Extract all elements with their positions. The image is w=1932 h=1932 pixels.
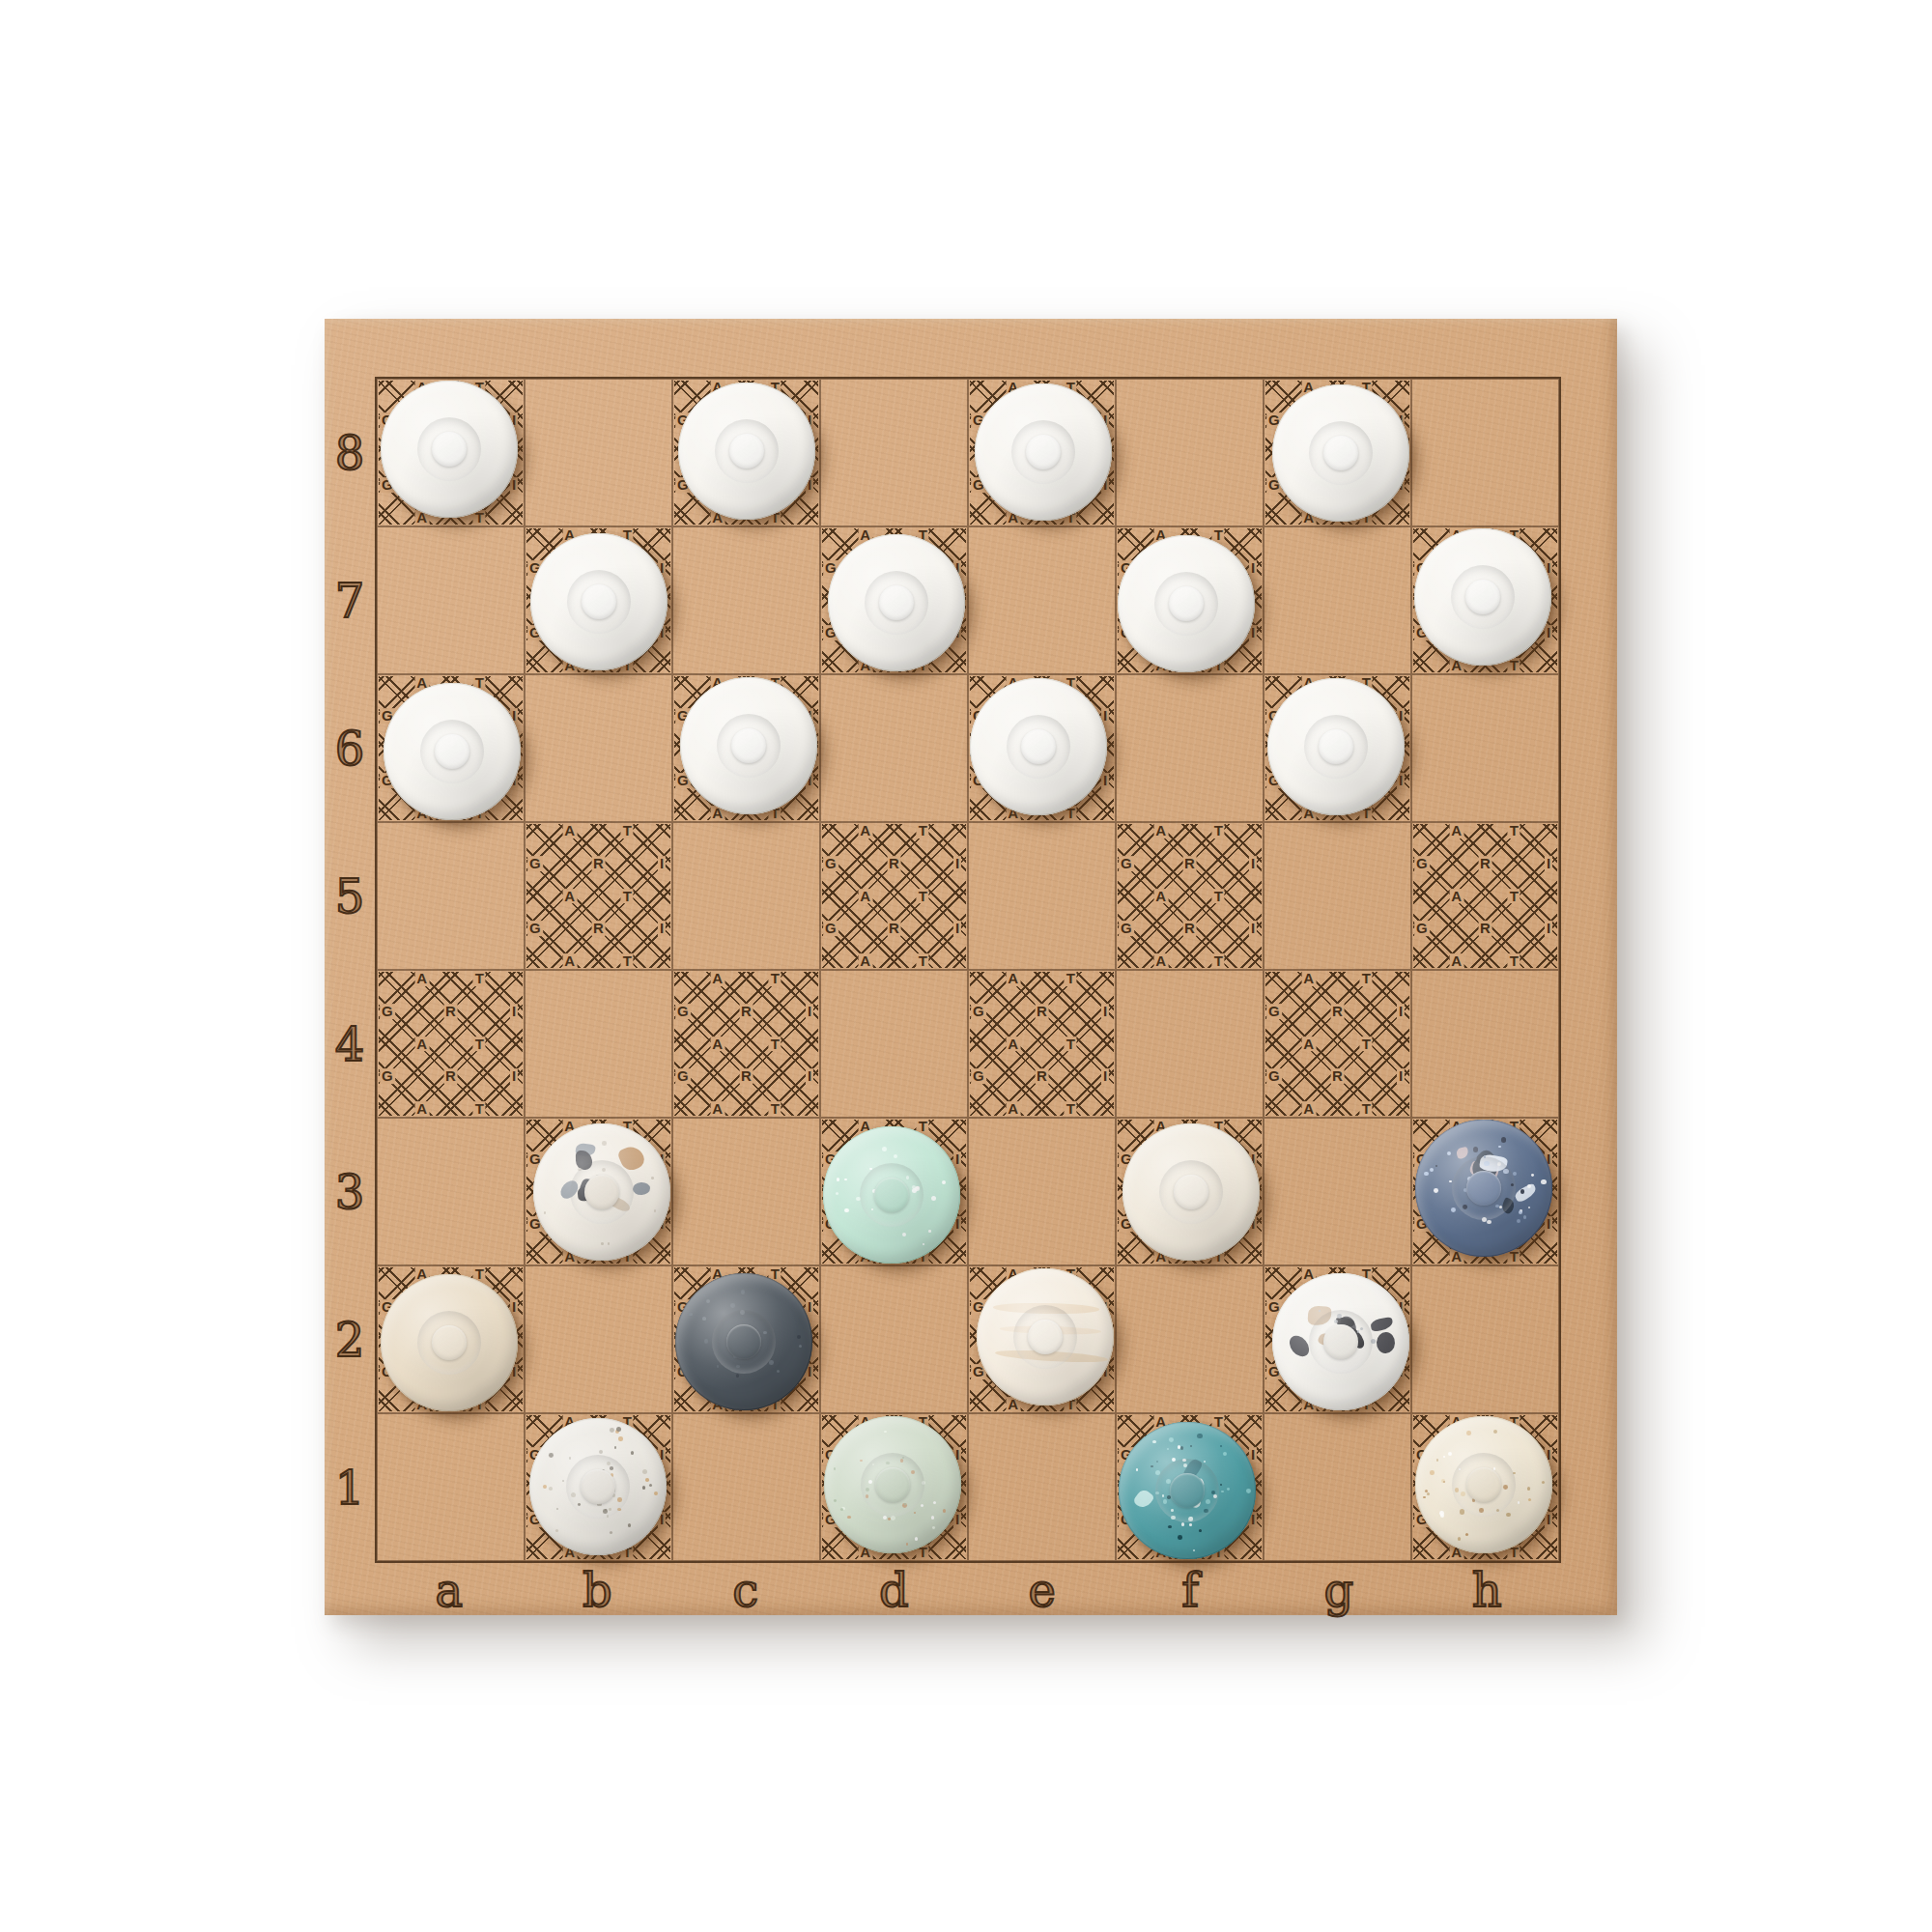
pattern-letter: I [658, 921, 666, 936]
square-b2 [525, 1265, 672, 1413]
checker-colored-f1[interactable] [1119, 1422, 1256, 1559]
pattern-letter: I [953, 1512, 961, 1527]
square-f8 [1116, 379, 1264, 526]
speck [1443, 1456, 1445, 1458]
piece-hub [584, 1175, 619, 1209]
pattern-letter: G [1266, 1068, 1282, 1084]
speck [702, 1317, 706, 1321]
speck [1430, 1168, 1434, 1172]
pattern-letter: A [858, 889, 872, 904]
square-e8[interactable]: ATGRIATGRIAT [968, 379, 1116, 526]
speck [1466, 1431, 1471, 1435]
pattern-letter: R [443, 1068, 458, 1084]
speck [608, 1242, 611, 1245]
checker-white-g6[interactable] [1267, 678, 1405, 815]
pattern-letter: G [675, 1068, 691, 1084]
square-g8[interactable]: ATGRIATGRIAT [1264, 379, 1411, 526]
stone-chip [1370, 1316, 1394, 1332]
speck [704, 1339, 708, 1343]
pattern-letter: I [1249, 1447, 1257, 1463]
square-b8 [525, 379, 672, 526]
pattern-letter: G [971, 1068, 986, 1084]
speck [1424, 1172, 1429, 1177]
pattern-letter: G [1414, 921, 1430, 936]
speck [1439, 1511, 1444, 1516]
checker-white-e6[interactable] [970, 678, 1107, 815]
pattern-letter: I [1397, 1004, 1405, 1019]
rank-label-3: 3 [325, 1118, 375, 1265]
checker-colored-e2[interactable] [977, 1268, 1114, 1406]
square-a3 [377, 1118, 525, 1265]
pattern-letter: A [414, 972, 429, 987]
pattern-letter: T [1508, 824, 1520, 839]
square-c2[interactable]: ATGRIATGRIAT [672, 1265, 820, 1413]
speck [847, 1516, 850, 1519]
speck [1473, 1147, 1478, 1151]
speck [1465, 1533, 1468, 1536]
pattern-letter: I [1249, 921, 1257, 936]
speck [1430, 1470, 1435, 1475]
square-d4 [820, 970, 968, 1118]
speck [942, 1180, 946, 1184]
speck [631, 1451, 635, 1455]
pattern-letter: A [1153, 824, 1168, 839]
speck [645, 1478, 648, 1481]
pattern-letter: I [1545, 856, 1552, 871]
speck [921, 1504, 923, 1507]
checker-white-c8[interactable] [678, 383, 815, 520]
speck [1223, 1452, 1227, 1456]
pattern-letter: I [806, 1004, 813, 1019]
file-label-f: f [1117, 1563, 1265, 1617]
checker-colored-b3[interactable] [533, 1123, 670, 1261]
pattern-letter: R [443, 1004, 458, 1019]
pattern-letter: T [1508, 889, 1520, 904]
pattern-letter: A [710, 1101, 724, 1117]
speck [836, 1192, 838, 1195]
rank-label-2: 2 [325, 1265, 375, 1413]
square-f5[interactable]: ATGRIATGRIAT [1116, 822, 1264, 970]
pattern-letter: A [414, 1037, 429, 1052]
pattern-letter: G [1266, 1004, 1282, 1019]
pattern-letter: A [1153, 889, 1168, 904]
piece-hub [731, 728, 766, 763]
pattern-letter: I [510, 1299, 518, 1315]
piece-hub [729, 434, 764, 469]
checker-white-a6[interactable] [384, 683, 521, 820]
speck [1193, 1549, 1195, 1551]
speck [1541, 1179, 1546, 1184]
square-b3[interactable]: ATGRIATGRIAT [525, 1118, 672, 1265]
checker-colored-a2[interactable] [381, 1274, 518, 1411]
square-d3[interactable]: ATGRIATGRIAT [820, 1118, 968, 1265]
speck [1151, 1465, 1153, 1468]
grati-lattice: ATGRIATGRIAT [379, 972, 523, 1116]
square-h7[interactable]: ATGRIATGRIAT [1411, 526, 1559, 674]
pattern-letter: I [953, 921, 961, 936]
piece-hub [1466, 1467, 1501, 1502]
piece-hub [1323, 1324, 1358, 1359]
speck [1168, 1525, 1172, 1529]
pattern-letter: I [953, 1151, 961, 1167]
speck [1458, 1537, 1461, 1540]
pattern-letter: G [380, 1004, 395, 1019]
stone-chip [1456, 1146, 1470, 1159]
square-f1[interactable]: ATGRIATGRIAT [1116, 1413, 1264, 1561]
pattern-letter: G [823, 856, 838, 871]
speck [1527, 1487, 1530, 1490]
speck [837, 1178, 840, 1181]
checker-white-d7[interactable] [828, 534, 965, 671]
square-d7[interactable]: ATGRIATGRIAT [820, 526, 968, 674]
square-b4 [525, 970, 672, 1118]
checker-colored-b1[interactable] [529, 1418, 667, 1555]
grati-lattice: ATGRIATGRIAT [970, 972, 1114, 1116]
stone-chip [1132, 1488, 1154, 1511]
speck [1169, 1437, 1174, 1442]
pattern-letter: I [1249, 856, 1257, 871]
speck [1518, 1501, 1520, 1503]
speck [736, 1374, 739, 1377]
speck [628, 1523, 632, 1527]
square-h1[interactable]: ATGRIATGRIAT [1411, 1413, 1559, 1561]
pattern-letter: I [1397, 1068, 1405, 1084]
file-label-e: e [968, 1563, 1117, 1617]
speck [556, 1508, 558, 1510]
checker-white-a8[interactable] [381, 381, 518, 518]
rank-label-7: 7 [325, 526, 375, 674]
speck [703, 1294, 705, 1296]
speck [1220, 1484, 1222, 1486]
pattern-letter: R [1035, 1004, 1049, 1019]
speck [610, 1531, 612, 1534]
square-a6[interactable]: ATGRIATGRIAT [377, 674, 525, 822]
speck [642, 1469, 647, 1474]
piece-hub [1170, 1473, 1205, 1508]
pattern-letter: I [806, 1068, 813, 1084]
pattern-letter: A [1301, 1037, 1316, 1052]
speck [1167, 1448, 1169, 1450]
speck [1178, 1445, 1180, 1448]
speck [1493, 1430, 1497, 1434]
piece-hub [582, 584, 616, 619]
speck [914, 1512, 916, 1514]
speck [549, 1453, 554, 1458]
pattern-letter: A [1006, 1101, 1020, 1117]
speck [840, 1508, 843, 1511]
pattern-letter: G [1119, 921, 1134, 936]
stone-chip [1513, 1182, 1538, 1204]
square-g1 [1264, 1413, 1411, 1561]
speck [1220, 1445, 1222, 1447]
square-b7[interactable]: ATGRIATGRIAT [525, 526, 672, 674]
square-h5[interactable]: ATGRIATGRIAT [1411, 822, 1559, 970]
square-c4[interactable]: ATGRIATGRIAT [672, 970, 820, 1118]
checker-white-h7[interactable] [1414, 528, 1551, 666]
speck [884, 1431, 886, 1433]
checker-colored-d1[interactable] [824, 1416, 961, 1553]
square-b5[interactable]: ATGRIATGRIAT [525, 822, 672, 970]
speck [1523, 1215, 1527, 1219]
grati-lattice: ATGRIATGRIAT [1265, 972, 1409, 1116]
file-label-b: b [524, 1563, 672, 1617]
speck [1221, 1491, 1223, 1492]
square-g3 [1264, 1118, 1411, 1265]
square-a5 [377, 822, 525, 970]
speck [1449, 1180, 1451, 1182]
square-g7 [1264, 526, 1411, 674]
speck [549, 1487, 553, 1491]
speck [1434, 1188, 1438, 1193]
speck [933, 1501, 936, 1504]
speck [642, 1486, 646, 1490]
speck [928, 1230, 931, 1233]
speck [1435, 1165, 1437, 1167]
pattern-letter: T [473, 972, 486, 987]
speck [834, 1467, 837, 1470]
checker-colored-g2[interactable] [1272, 1273, 1409, 1410]
speck [844, 1179, 847, 1181]
square-a7 [377, 526, 525, 674]
square-a2[interactable]: ATGRIATGRIAT [377, 1265, 525, 1413]
piece-hub [1169, 586, 1204, 621]
square-a1 [377, 1413, 525, 1561]
speck [649, 1484, 652, 1487]
speck [1227, 1488, 1230, 1491]
square-a8[interactable]: ATGRIATGRIAT [377, 379, 525, 526]
pattern-letter: T [917, 889, 929, 904]
piece-hub [874, 1178, 909, 1212]
pattern-letter: G [1119, 856, 1134, 871]
checker-white-b7[interactable] [530, 533, 668, 670]
square-e2[interactable]: ATGRIATGRIAT [968, 1265, 1116, 1413]
piece-hub [435, 734, 469, 769]
checker-colored-d3[interactable] [823, 1126, 960, 1264]
pattern-letter: A [1006, 1037, 1020, 1052]
speck [654, 1492, 658, 1495]
square-e4[interactable]: ATGRIATGRIAT [968, 970, 1116, 1118]
piece-hub [875, 1467, 910, 1502]
pattern-letter: T [1508, 953, 1520, 969]
pattern-letter: I [510, 1004, 518, 1019]
pattern-letter: G [675, 1004, 691, 1019]
speck [730, 1303, 735, 1308]
checker-white-f7[interactable] [1118, 535, 1255, 672]
speck [562, 1480, 564, 1482]
square-f6 [1116, 674, 1264, 822]
checkers-board: 87654321 ATGRIATGRIATATGRIATGRIATATGRIAT… [325, 319, 1617, 1615]
speck [555, 1529, 558, 1532]
pattern-letter: R [591, 856, 606, 871]
rank-label-4: 4 [325, 970, 375, 1118]
pattern-letter: G [380, 1068, 395, 1084]
pattern-letter: A [1449, 889, 1463, 904]
checker-colored-h1[interactable] [1415, 1416, 1552, 1553]
pattern-letter: T [473, 1101, 486, 1117]
square-c5 [672, 822, 820, 970]
pattern-letter: I [510, 1068, 518, 1084]
speck [1531, 1174, 1534, 1177]
square-h3[interactable]: ATGRIATGRIAT [1411, 1118, 1559, 1265]
speck [1487, 1220, 1492, 1225]
speck [1178, 1535, 1182, 1540]
square-c1 [672, 1413, 820, 1561]
square-h8 [1411, 379, 1559, 526]
pattern-letter: R [1330, 1068, 1345, 1084]
square-c6[interactable]: ATGRIATGRIAT [672, 674, 820, 822]
speck [1451, 1207, 1456, 1212]
rank-label-6: 6 [325, 674, 375, 822]
speck [1246, 1489, 1251, 1493]
square-c8[interactable]: ATGRIATGRIAT [672, 379, 820, 526]
pattern-letter: R [591, 921, 606, 936]
pattern-letter: A [710, 1037, 724, 1052]
pattern-letter: T [1360, 972, 1373, 987]
checker-white-e8[interactable] [975, 384, 1112, 521]
speck [882, 1147, 887, 1151]
speck [1190, 1445, 1192, 1447]
piece-hub [879, 585, 914, 620]
speck [1199, 1529, 1202, 1532]
square-g4[interactable]: ATGRIATGRIAT [1264, 970, 1411, 1118]
piece-hub [581, 1469, 615, 1504]
photo-background: 87654321 ATGRIATGRIATATGRIATGRIATATGRIAT… [0, 0, 1932, 1932]
pattern-letter: G [527, 921, 543, 936]
speck [616, 1427, 621, 1432]
file-label-h: h [1413, 1563, 1562, 1617]
pattern-letter: R [1182, 856, 1197, 871]
pattern-letter: T [1360, 1037, 1373, 1052]
speck [902, 1233, 906, 1236]
pattern-letter: A [1301, 1101, 1316, 1117]
checker-colored-c2[interactable] [675, 1273, 812, 1410]
speck [1498, 1146, 1500, 1148]
speck [1501, 1137, 1506, 1142]
pattern-letter: T [473, 1037, 486, 1052]
speck [654, 1209, 656, 1211]
speck [894, 1154, 898, 1159]
speck [1528, 1207, 1530, 1208]
pattern-letter: I [1545, 625, 1552, 640]
file-label-d: d [820, 1563, 969, 1617]
speck [569, 1457, 571, 1459]
pattern-letter: G [527, 856, 543, 871]
speck [1443, 1481, 1445, 1483]
square-d5[interactable]: ATGRIATGRIAT [820, 822, 968, 970]
speck [1423, 1496, 1425, 1498]
file-label-g: g [1264, 1563, 1413, 1617]
checker-white-g8[interactable] [1272, 384, 1409, 522]
square-e5 [968, 822, 1116, 970]
pattern-letter: T [1065, 972, 1077, 987]
pattern-letter: T [917, 824, 929, 839]
speck [618, 1436, 622, 1440]
square-c7 [672, 526, 820, 674]
square-g2[interactable]: ATGRIATGRIAT [1264, 1265, 1411, 1413]
pattern-letter: I [1101, 773, 1109, 788]
speck [544, 1211, 546, 1213]
pattern-letter: A [414, 1101, 429, 1117]
speck [614, 1446, 617, 1449]
pattern-letter: T [769, 1101, 781, 1117]
pattern-letter: R [1330, 1004, 1345, 1019]
speck [844, 1208, 849, 1213]
checker-white-c6[interactable] [680, 677, 817, 814]
pattern-letter: T [1212, 824, 1225, 839]
speck [1448, 1452, 1452, 1456]
speck [1447, 1151, 1451, 1155]
square-g6[interactable]: ATGRIATGRIAT [1264, 674, 1411, 822]
square-f3[interactable]: ATGRIATGRIAT [1116, 1118, 1264, 1265]
square-e1 [968, 1413, 1116, 1561]
speck [1427, 1492, 1430, 1495]
board-grid: ATGRIATGRIATATGRIATGRIATATGRIATGRIATATGR… [375, 377, 1561, 1563]
checker-colored-h3[interactable] [1415, 1120, 1552, 1257]
piece-hub [1174, 1175, 1208, 1209]
rank-label-1: 1 [325, 1413, 375, 1561]
speck [1517, 1219, 1520, 1223]
speck [599, 1450, 603, 1454]
pattern-letter: T [1360, 1101, 1373, 1117]
pattern-letter: G [971, 1004, 986, 1019]
piece-hub [1319, 729, 1353, 764]
speck [797, 1335, 801, 1339]
rank-label-5: 5 [325, 822, 375, 970]
speck [689, 1313, 693, 1317]
pattern-letter: R [739, 1068, 753, 1084]
speck [1189, 1523, 1192, 1526]
square-d1[interactable]: ATGRIATGRIAT [820, 1413, 968, 1561]
pattern-letter: I [1249, 560, 1257, 576]
checker-colored-f3[interactable] [1122, 1123, 1260, 1261]
file-label-c: c [671, 1563, 820, 1617]
file-labels: abcdefgh [375, 1563, 1561, 1617]
speck [777, 1370, 780, 1373]
speck [931, 1516, 935, 1520]
rank-label-8: 8 [325, 379, 375, 526]
pattern-letter: A [1449, 824, 1463, 839]
piece-hub [1021, 729, 1056, 764]
pattern-letter: R [1478, 921, 1492, 936]
square-d2 [820, 1265, 968, 1413]
square-b1[interactable]: ATGRIATGRIAT [525, 1413, 672, 1561]
square-e3 [968, 1118, 1116, 1265]
square-g5 [1264, 822, 1411, 970]
stone-chip [633, 1182, 651, 1196]
pattern-letter: R [887, 921, 901, 936]
speck [741, 1290, 745, 1293]
pattern-letter: I [1545, 1216, 1552, 1232]
grati-lattice: ATGRIATGRIAT [526, 824, 670, 968]
square-f7[interactable]: ATGRIATGRIAT [1116, 526, 1264, 674]
square-a4[interactable]: ATGRIATGRIAT [377, 970, 525, 1118]
file-label-a: a [375, 1563, 524, 1617]
pattern-letter: T [621, 824, 634, 839]
pattern-letter: A [562, 824, 577, 839]
speck [1156, 1461, 1159, 1463]
pattern-letter: A [1006, 972, 1020, 987]
speck [1197, 1434, 1202, 1438]
pattern-letter: A [710, 972, 724, 987]
rank-labels: 87654321 [325, 379, 375, 1561]
speck [1181, 1522, 1185, 1526]
speck [799, 1345, 802, 1348]
pattern-letter: T [769, 1037, 781, 1052]
piece-hub [432, 432, 467, 467]
square-e6[interactable]: ATGRIATGRIAT [968, 674, 1116, 822]
speck [1436, 1459, 1439, 1462]
square-h2 [1411, 1265, 1559, 1413]
